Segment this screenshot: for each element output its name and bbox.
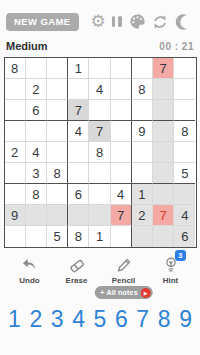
numpad-9[interactable]: 9 [179, 307, 192, 331]
hint-button[interactable]: 3 Hint [147, 255, 194, 285]
numpad-3[interactable]: 3 [51, 307, 64, 331]
numpad-1[interactable]: 1 [8, 307, 21, 331]
cell-r2c5[interactable]: 4 [89, 79, 110, 100]
cell-r3c2[interactable]: 6 [26, 100, 47, 121]
numpad-4[interactable]: 4 [72, 307, 85, 331]
undo-label: Undo [19, 276, 39, 285]
cell-r6c6[interactable] [111, 163, 132, 184]
cell-r3c4[interactable]: 7 [68, 100, 89, 121]
cell-r7c2[interactable]: 8 [26, 184, 47, 205]
cell-r8c2[interactable] [26, 205, 47, 226]
cell-r4c2[interactable] [26, 121, 47, 142]
cell-r2c4[interactable] [68, 79, 89, 100]
pencil-label: Pencil [112, 276, 136, 285]
settings-icon[interactable]: ⚙ [91, 12, 106, 31]
timer: 00 : 21 [159, 41, 194, 52]
hint-count-badge: 3 [175, 250, 186, 261]
cell-r6c8[interactable] [153, 163, 174, 184]
cell-r9c2[interactable] [26, 226, 47, 247]
cell-r9c8[interactable] [153, 226, 174, 247]
cell-r5c5[interactable]: 8 [89, 142, 110, 163]
sudoku-board: 8172486747982483858641972745816 [4, 57, 197, 248]
pause-icon[interactable] [110, 12, 123, 31]
info-row: Medium 00 : 21 [0, 31, 200, 56]
cell-r6c1[interactable] [5, 163, 26, 184]
cell-r2c8[interactable] [153, 79, 174, 100]
cell-r6c5[interactable] [89, 163, 110, 184]
cell-r2c1[interactable] [5, 79, 26, 100]
cell-r7c6[interactable]: 4 [111, 184, 132, 205]
cell-r1c6[interactable] [111, 58, 132, 79]
cell-r3c6[interactable] [111, 100, 132, 121]
cell-r1c2[interactable] [26, 58, 47, 79]
cell-r7c9[interactable] [174, 184, 195, 205]
cell-r2c7[interactable]: 8 [132, 79, 153, 100]
top-icon-group: ⚙ [91, 12, 194, 31]
hint-label: Hint [163, 276, 179, 285]
cell-r8c6[interactable]: 7 [111, 205, 132, 226]
cell-r9c7[interactable] [132, 226, 153, 247]
all-notes-toggle[interactable]: + All notes ▶ [94, 286, 153, 299]
cell-r2c6[interactable] [111, 79, 132, 100]
cell-r3c5[interactable] [89, 100, 110, 121]
cell-r1c4[interactable]: 1 [68, 58, 89, 79]
cell-r3c7[interactable] [132, 100, 153, 121]
cell-r6c7[interactable] [132, 163, 153, 184]
cell-r7c7[interactable]: 1 [132, 184, 153, 205]
numpad-7[interactable]: 7 [136, 307, 149, 331]
top-bar: NEW GAME ⚙ [0, 0, 200, 31]
numpad-2[interactable]: 2 [29, 307, 42, 331]
ad-play-icon: ▶ [141, 288, 151, 298]
cell-r1c3[interactable] [47, 58, 68, 79]
pencil-icon [115, 255, 133, 274]
cell-r9c5[interactable]: 1 [89, 226, 110, 247]
cell-r7c5[interactable] [89, 184, 110, 205]
cell-r4c6[interactable] [111, 121, 132, 142]
sudoku-app: NEW GAME ⚙ [0, 0, 200, 355]
pencil-button[interactable]: Pencil + All notes ▶ [100, 255, 147, 285]
cell-r1c9[interactable] [174, 58, 195, 79]
eraser-icon [67, 255, 87, 274]
numpad-8[interactable]: 8 [158, 307, 171, 331]
theme-palette-icon[interactable] [128, 12, 147, 31]
cell-r4c8[interactable] [153, 121, 174, 142]
cell-r7c4[interactable]: 6 [68, 184, 89, 205]
cell-r4c7[interactable]: 9 [132, 121, 153, 142]
difficulty-label: Medium [6, 40, 48, 52]
cell-r2c3[interactable] [47, 79, 68, 100]
numpad-6[interactable]: 6 [115, 307, 128, 331]
erase-button[interactable]: Erase [53, 255, 100, 285]
cell-r5c3[interactable] [47, 142, 68, 163]
cell-r8c3[interactable] [47, 205, 68, 226]
cell-r4c1[interactable] [5, 121, 26, 142]
cell-r2c2[interactable]: 2 [26, 79, 47, 100]
cell-r1c8[interactable]: 7 [153, 58, 174, 79]
cell-r8c7[interactable]: 2 [132, 205, 153, 226]
cell-r4c5[interactable]: 7 [89, 121, 110, 142]
cell-r8c4[interactable] [68, 205, 89, 226]
cell-r6c9[interactable]: 5 [174, 163, 195, 184]
cell-r1c5[interactable] [89, 58, 110, 79]
erase-label: Erase [66, 276, 88, 285]
cell-r1c7[interactable] [132, 58, 153, 79]
cell-r8c5[interactable] [89, 205, 110, 226]
restart-icon[interactable] [151, 12, 169, 31]
cell-r2c9[interactable] [174, 79, 195, 100]
cell-r3c1[interactable] [5, 100, 26, 121]
cell-r5c8[interactable] [153, 142, 174, 163]
cell-r7c1[interactable] [5, 184, 26, 205]
cell-r3c3[interactable] [47, 100, 68, 121]
toolbar: Undo Erase [0, 255, 200, 285]
cell-r4c4[interactable]: 4 [68, 121, 89, 142]
cell-r9c4[interactable]: 8 [68, 226, 89, 247]
cell-r9c9[interactable]: 6 [174, 226, 195, 247]
cell-r4c3[interactable] [47, 121, 68, 142]
cell-r5c6[interactable] [111, 142, 132, 163]
cell-r7c8[interactable] [153, 184, 174, 205]
cell-r5c7[interactable] [132, 142, 153, 163]
cell-r6c3[interactable]: 8 [47, 163, 68, 184]
cell-r6c2[interactable]: 3 [26, 163, 47, 184]
cell-r3c9[interactable] [174, 100, 195, 121]
all-notes-label: + All notes [100, 289, 138, 296]
numpad-5[interactable]: 5 [94, 307, 107, 331]
cell-r3c8[interactable] [153, 100, 174, 121]
cell-r4c9[interactable]: 8 [174, 121, 195, 142]
dark-mode-moon-icon[interactable] [174, 12, 192, 31]
cell-r9c1[interactable] [5, 226, 26, 247]
cell-r9c6[interactable] [111, 226, 132, 247]
cell-r5c4[interactable] [68, 142, 89, 163]
new-game-button[interactable]: NEW GAME [6, 13, 79, 31]
cell-r5c2[interactable]: 4 [26, 142, 47, 163]
cell-r8c1[interactable]: 9 [5, 205, 26, 226]
cell-r1c1[interactable]: 8 [5, 58, 26, 79]
cell-r5c1[interactable]: 2 [5, 142, 26, 163]
cell-r9c3[interactable]: 5 [47, 226, 68, 247]
undo-icon [20, 255, 39, 274]
cell-r5c9[interactable] [174, 142, 195, 163]
cell-r8c9[interactable]: 4 [174, 205, 195, 226]
number-pad: 123456789 [0, 307, 200, 331]
cell-r8c8[interactable]: 7 [153, 205, 174, 226]
undo-button[interactable]: Undo [6, 255, 53, 285]
cell-r6c4[interactable] [68, 163, 89, 184]
cell-r7c3[interactable] [47, 184, 68, 205]
